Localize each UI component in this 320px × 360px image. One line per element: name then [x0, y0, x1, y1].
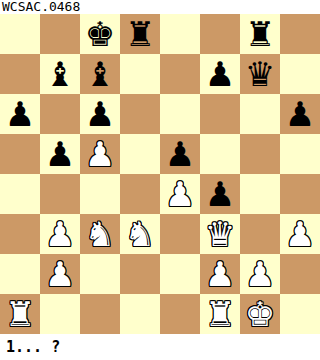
- piece-black-pawn: ♟: [285, 94, 315, 134]
- square-e5[interactable]: ♟: [160, 134, 200, 174]
- square-b5[interactable]: ♟: [40, 134, 80, 174]
- square-f3[interactable]: ♛: [200, 214, 240, 254]
- piece-black-queen: ♛: [245, 54, 275, 94]
- square-g8[interactable]: ♜: [240, 14, 280, 54]
- piece-black-pawn: ♟: [205, 174, 235, 214]
- chess-board: ♚♜♜♝♝♟♛♟♟♟♟♟♟♟♟♟♞♞♛♟♟♟♟♜♜♚: [0, 14, 320, 334]
- square-d3[interactable]: ♞: [120, 214, 160, 254]
- square-a1[interactable]: ♜: [0, 294, 40, 334]
- square-a2[interactable]: [0, 254, 40, 294]
- square-c6[interactable]: ♟: [80, 94, 120, 134]
- square-a3[interactable]: [0, 214, 40, 254]
- square-e2[interactable]: [160, 254, 200, 294]
- square-h6[interactable]: ♟: [280, 94, 320, 134]
- square-b7[interactable]: ♝: [40, 54, 80, 94]
- piece-white-rook: ♜: [5, 294, 35, 334]
- square-g4[interactable]: [240, 174, 280, 214]
- square-h1[interactable]: [280, 294, 320, 334]
- square-a5[interactable]: [0, 134, 40, 174]
- square-e8[interactable]: [160, 14, 200, 54]
- piece-black-king: ♚: [85, 14, 115, 54]
- square-d4[interactable]: [120, 174, 160, 214]
- square-f4[interactable]: ♟: [200, 174, 240, 214]
- piece-white-knight: ♞: [85, 214, 115, 254]
- square-d2[interactable]: [120, 254, 160, 294]
- square-c8[interactable]: ♚: [80, 14, 120, 54]
- square-c3[interactable]: ♞: [80, 214, 120, 254]
- square-d7[interactable]: [120, 54, 160, 94]
- square-b4[interactable]: [40, 174, 80, 214]
- piece-black-bishop: ♝: [45, 54, 75, 94]
- piece-black-pawn: ♟: [45, 134, 75, 174]
- square-f7[interactable]: ♟: [200, 54, 240, 94]
- piece-white-pawn: ♟: [85, 134, 115, 174]
- square-f2[interactable]: ♟: [200, 254, 240, 294]
- piece-black-pawn: ♟: [85, 94, 115, 134]
- square-h4[interactable]: [280, 174, 320, 214]
- square-g7[interactable]: ♛: [240, 54, 280, 94]
- piece-white-knight: ♞: [125, 214, 155, 254]
- square-b8[interactable]: [40, 14, 80, 54]
- square-g6[interactable]: [240, 94, 280, 134]
- square-b3[interactable]: ♟: [40, 214, 80, 254]
- piece-white-rook: ♜: [205, 294, 235, 334]
- piece-black-pawn: ♟: [205, 54, 235, 94]
- square-e4[interactable]: ♟: [160, 174, 200, 214]
- square-c2[interactable]: [80, 254, 120, 294]
- square-f1[interactable]: ♜: [200, 294, 240, 334]
- move-prompt: 1... ?: [0, 334, 320, 355]
- square-b1[interactable]: [40, 294, 80, 334]
- square-d1[interactable]: [120, 294, 160, 334]
- piece-white-pawn: ♟: [45, 214, 75, 254]
- piece-black-bishop: ♝: [85, 54, 115, 94]
- square-c5[interactable]: ♟: [80, 134, 120, 174]
- square-h8[interactable]: [280, 14, 320, 54]
- square-h3[interactable]: ♟: [280, 214, 320, 254]
- piece-black-pawn: ♟: [5, 94, 35, 134]
- square-c7[interactable]: ♝: [80, 54, 120, 94]
- square-f6[interactable]: [200, 94, 240, 134]
- square-h7[interactable]: [280, 54, 320, 94]
- piece-black-rook: ♜: [125, 14, 155, 54]
- piece-white-queen: ♛: [205, 214, 235, 254]
- square-e1[interactable]: [160, 294, 200, 334]
- square-f5[interactable]: [200, 134, 240, 174]
- square-g2[interactable]: ♟: [240, 254, 280, 294]
- piece-white-pawn: ♟: [205, 254, 235, 294]
- square-g5[interactable]: [240, 134, 280, 174]
- square-d5[interactable]: [120, 134, 160, 174]
- square-g1[interactable]: ♚: [240, 294, 280, 334]
- piece-white-pawn: ♟: [285, 214, 315, 254]
- square-c4[interactable]: [80, 174, 120, 214]
- square-e6[interactable]: [160, 94, 200, 134]
- square-b2[interactable]: ♟: [40, 254, 80, 294]
- chess-diagram: WCSAC.0468 ♚♜♜♝♝♟♛♟♟♟♟♟♟♟♟♟♞♞♛♟♟♟♟♜♜♚ 1.…: [0, 0, 320, 355]
- square-h2[interactable]: [280, 254, 320, 294]
- piece-white-pawn: ♟: [245, 254, 275, 294]
- square-b6[interactable]: [40, 94, 80, 134]
- page-title: WCSAC.0468: [0, 0, 320, 14]
- square-e7[interactable]: [160, 54, 200, 94]
- square-f8[interactable]: [200, 14, 240, 54]
- piece-white-king: ♚: [245, 294, 275, 334]
- square-a4[interactable]: [0, 174, 40, 214]
- square-e3[interactable]: [160, 214, 200, 254]
- square-a7[interactable]: [0, 54, 40, 94]
- square-h5[interactable]: [280, 134, 320, 174]
- square-g3[interactable]: [240, 214, 280, 254]
- piece-white-pawn: ♟: [45, 254, 75, 294]
- piece-black-rook: ♜: [245, 14, 275, 54]
- piece-white-pawn: ♟: [165, 174, 195, 214]
- square-d6[interactable]: [120, 94, 160, 134]
- piece-black-pawn: ♟: [165, 134, 195, 174]
- square-a8[interactable]: [0, 14, 40, 54]
- square-c1[interactable]: [80, 294, 120, 334]
- square-a6[interactable]: ♟: [0, 94, 40, 134]
- square-d8[interactable]: ♜: [120, 14, 160, 54]
